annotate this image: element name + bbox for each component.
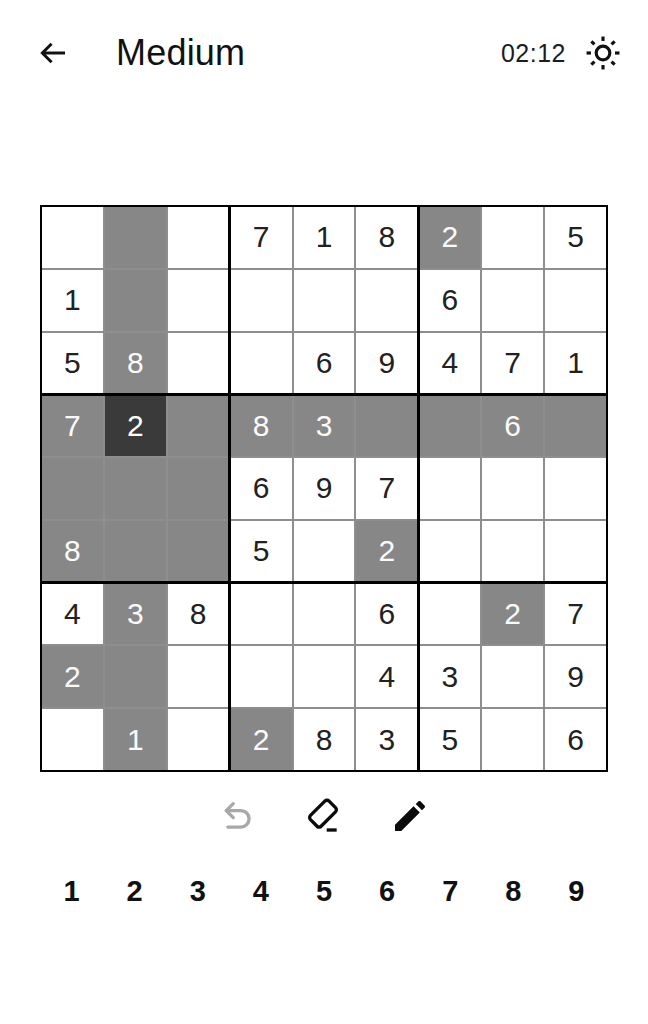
numpad-7[interactable]: 7 bbox=[419, 866, 482, 916]
cell-r3c4[interactable] bbox=[231, 333, 292, 394]
cell-r5c2[interactable] bbox=[105, 458, 166, 519]
cell-r5c8[interactable] bbox=[482, 458, 543, 519]
cell-r1c9[interactable]: 5 bbox=[545, 207, 606, 268]
cell-r9c1[interactable] bbox=[42, 709, 103, 770]
cell-r8c5[interactable] bbox=[294, 646, 355, 707]
cell-r4c2[interactable]: 2 bbox=[105, 395, 166, 456]
numpad-9[interactable]: 9 bbox=[545, 866, 608, 916]
numpad-4[interactable]: 4 bbox=[229, 866, 292, 916]
cell-r8c3[interactable] bbox=[168, 646, 229, 707]
cell-r7c6[interactable]: 6 bbox=[356, 584, 417, 645]
cell-r4c8[interactable]: 6 bbox=[482, 395, 543, 456]
numpad-3[interactable]: 3 bbox=[166, 866, 229, 916]
pencil-icon bbox=[390, 796, 430, 836]
cell-r8c1[interactable]: 2 bbox=[42, 646, 103, 707]
eraser-button[interactable] bbox=[304, 793, 344, 839]
cell-r5c4[interactable]: 6 bbox=[231, 458, 292, 519]
undo-icon bbox=[219, 797, 257, 835]
cell-r8c6[interactable]: 4 bbox=[356, 646, 417, 707]
cell-r6c1[interactable]: 8 bbox=[42, 521, 103, 582]
cell-r3c2[interactable]: 8 bbox=[105, 333, 166, 394]
cell-r5c3[interactable] bbox=[168, 458, 229, 519]
cell-r7c8[interactable]: 2 bbox=[482, 584, 543, 645]
brightness-button[interactable] bbox=[582, 32, 624, 74]
cell-r9c6[interactable]: 3 bbox=[356, 709, 417, 770]
undo-button[interactable] bbox=[218, 793, 258, 839]
sun-icon bbox=[584, 34, 622, 72]
cell-r4c1[interactable]: 7 bbox=[42, 395, 103, 456]
cell-r1c2[interactable] bbox=[105, 207, 166, 268]
cell-r8c7[interactable]: 3 bbox=[419, 646, 480, 707]
cell-r6c3[interactable] bbox=[168, 521, 229, 582]
cell-r1c1[interactable] bbox=[42, 207, 103, 268]
cell-r2c1[interactable]: 1 bbox=[42, 270, 103, 331]
cell-r3c9[interactable]: 1 bbox=[545, 333, 606, 394]
cell-r5c7[interactable] bbox=[419, 458, 480, 519]
cell-r5c1[interactable] bbox=[42, 458, 103, 519]
cell-r1c4[interactable]: 7 bbox=[231, 207, 292, 268]
cell-r5c6[interactable]: 7 bbox=[356, 458, 417, 519]
cell-r7c4[interactable] bbox=[231, 584, 292, 645]
cell-r9c2[interactable]: 1 bbox=[105, 709, 166, 770]
cell-r9c8[interactable] bbox=[482, 709, 543, 770]
cell-r4c6[interactable] bbox=[356, 395, 417, 456]
cell-r3c1[interactable]: 5 bbox=[42, 333, 103, 394]
cell-r6c6[interactable]: 2 bbox=[356, 521, 417, 582]
cell-r8c4[interactable] bbox=[231, 646, 292, 707]
cell-r6c4[interactable]: 5 bbox=[231, 521, 292, 582]
cell-r1c6[interactable]: 8 bbox=[356, 207, 417, 268]
cell-r7c3[interactable]: 8 bbox=[168, 584, 229, 645]
cell-r4c3[interactable] bbox=[168, 395, 229, 456]
cell-r6c2[interactable] bbox=[105, 521, 166, 582]
back-button[interactable] bbox=[32, 32, 74, 74]
cell-r2c3[interactable] bbox=[168, 270, 229, 331]
cell-r2c6[interactable] bbox=[356, 270, 417, 331]
cell-r4c9[interactable] bbox=[545, 395, 606, 456]
cell-r9c3[interactable] bbox=[168, 709, 229, 770]
cell-r4c4[interactable]: 8 bbox=[231, 395, 292, 456]
cell-r9c9[interactable]: 6 bbox=[545, 709, 606, 770]
cell-r2c5[interactable] bbox=[294, 270, 355, 331]
numpad-1[interactable]: 1 bbox=[40, 866, 103, 916]
cell-r2c2[interactable] bbox=[105, 270, 166, 331]
cell-r8c8[interactable] bbox=[482, 646, 543, 707]
cell-r6c9[interactable] bbox=[545, 521, 606, 582]
page-title: Medium bbox=[116, 32, 245, 74]
cell-r3c3[interactable] bbox=[168, 333, 229, 394]
cell-r2c9[interactable] bbox=[545, 270, 606, 331]
cell-r1c3[interactable] bbox=[168, 207, 229, 268]
cell-r1c5[interactable]: 1 bbox=[294, 207, 355, 268]
cell-r1c7[interactable]: 2 bbox=[419, 207, 480, 268]
numpad-8[interactable]: 8 bbox=[482, 866, 545, 916]
eraser-icon bbox=[304, 796, 344, 836]
cell-r2c8[interactable] bbox=[482, 270, 543, 331]
cell-r9c5[interactable]: 8 bbox=[294, 709, 355, 770]
cell-r3c6[interactable]: 9 bbox=[356, 333, 417, 394]
cell-r2c7[interactable]: 6 bbox=[419, 270, 480, 331]
toolbar bbox=[0, 791, 648, 841]
cell-r2c4[interactable] bbox=[231, 270, 292, 331]
cell-r5c5[interactable]: 9 bbox=[294, 458, 355, 519]
cell-r8c9[interactable]: 9 bbox=[545, 646, 606, 707]
top-bar: Medium 02:12 bbox=[0, 24, 648, 82]
sudoku-board: 7182516586947172836697852438627243912835… bbox=[40, 205, 608, 772]
cell-r6c5[interactable] bbox=[294, 521, 355, 582]
cell-r9c7[interactable]: 5 bbox=[419, 709, 480, 770]
cell-r7c2[interactable]: 3 bbox=[105, 584, 166, 645]
cell-r7c5[interactable] bbox=[294, 584, 355, 645]
cell-r3c5[interactable]: 6 bbox=[294, 333, 355, 394]
timer: 02:12 bbox=[501, 39, 566, 68]
cell-r7c9[interactable]: 7 bbox=[545, 584, 606, 645]
numpad-6[interactable]: 6 bbox=[356, 866, 419, 916]
numpad-2[interactable]: 2 bbox=[103, 866, 166, 916]
cell-r1c8[interactable] bbox=[482, 207, 543, 268]
cell-r6c8[interactable] bbox=[482, 521, 543, 582]
cell-r4c7[interactable] bbox=[419, 395, 480, 456]
cell-r7c7[interactable] bbox=[419, 584, 480, 645]
cell-r3c7[interactable]: 4 bbox=[419, 333, 480, 394]
back-icon bbox=[36, 36, 70, 70]
numpad-5[interactable]: 5 bbox=[292, 866, 355, 916]
cell-r5c9[interactable] bbox=[545, 458, 606, 519]
cell-r3c8[interactable]: 7 bbox=[482, 333, 543, 394]
topbar-right: 02:12 bbox=[501, 32, 624, 74]
cell-r8c2[interactable] bbox=[105, 646, 166, 707]
pencil-button[interactable] bbox=[390, 793, 430, 839]
cell-r4c5[interactable]: 3 bbox=[294, 395, 355, 456]
cell-r9c4[interactable]: 2 bbox=[231, 709, 292, 770]
cell-r7c1[interactable]: 4 bbox=[42, 584, 103, 645]
cell-r6c7[interactable] bbox=[419, 521, 480, 582]
number-pad: 123456789 bbox=[40, 866, 608, 916]
